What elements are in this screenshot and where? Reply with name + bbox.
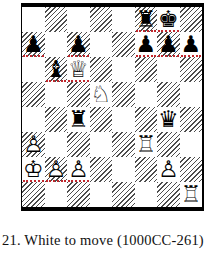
piece-white-pawn: ♟♙	[67, 157, 90, 182]
square-d1	[90, 182, 113, 207]
square-a7: ♟	[22, 32, 45, 57]
square-d6	[90, 57, 113, 82]
square-c1	[67, 182, 90, 207]
square-d5: ♞♘	[90, 82, 113, 107]
piece-black-pawn: ♟	[135, 32, 158, 57]
square-c6: ♛♕	[67, 57, 90, 82]
caption: 21. White to move (1000CC-261)	[2, 232, 204, 249]
square-f2	[135, 157, 158, 182]
piece-white-pawn: ♟♙	[22, 132, 45, 157]
piece-white-knight: ♞♘	[90, 82, 113, 107]
square-d3	[90, 132, 113, 157]
white-piece-outline-layer: ♘	[90, 82, 113, 107]
piece-black-pawn: ♟	[180, 32, 203, 57]
piece-black-pawn: ♟	[157, 32, 180, 57]
white-piece-outline-layer: ♔	[22, 157, 45, 182]
square-a8	[22, 7, 45, 32]
square-e2	[112, 157, 135, 182]
square-f8: ♜	[135, 7, 158, 32]
square-b5	[45, 82, 68, 107]
white-piece-outline-layer: ♙	[67, 157, 90, 182]
square-b3	[45, 132, 68, 157]
square-h4	[180, 107, 203, 132]
square-d4	[90, 107, 113, 132]
square-e8	[112, 7, 135, 32]
square-a1	[22, 182, 45, 207]
piece-black-bishop: ♝	[45, 57, 68, 82]
square-h1: ♜♖	[180, 182, 203, 207]
square-a5	[22, 82, 45, 107]
square-h5	[180, 82, 203, 107]
square-e7	[112, 32, 135, 57]
square-c8	[67, 7, 90, 32]
square-h6	[180, 57, 203, 82]
square-c3	[67, 132, 90, 157]
square-b4	[45, 107, 68, 132]
square-f1	[135, 182, 158, 207]
square-g5	[157, 82, 180, 107]
white-piece-outline-layer: ♙	[22, 132, 45, 157]
square-h3	[180, 132, 203, 157]
piece-black-queen: ♛	[157, 107, 180, 132]
square-c7: ♟	[67, 32, 90, 57]
square-f6	[135, 57, 158, 82]
square-b6: ♝	[45, 57, 68, 82]
piece-white-king: ♚♔	[22, 157, 45, 182]
piece-black-rook: ♜	[135, 7, 158, 32]
piece-black-king: ♚	[157, 7, 180, 32]
square-c4: ♜	[67, 107, 90, 132]
piece-black-pawn: ♟	[67, 32, 90, 57]
white-piece-outline-layer: ♙	[45, 157, 68, 182]
square-b2: ♟♙	[45, 157, 68, 182]
square-c5	[67, 82, 90, 107]
square-d7	[90, 32, 113, 57]
piece-white-queen: ♛♕	[67, 57, 90, 82]
square-g1	[157, 182, 180, 207]
square-e3	[112, 132, 135, 157]
square-e4	[112, 107, 135, 132]
square-a2: ♚♔	[22, 157, 45, 182]
white-piece-outline-layer: ♕	[67, 57, 90, 82]
piece-white-rook: ♜♖	[135, 132, 158, 157]
board: ♜♚♟♟♟♟♟♝♛♕♞♘♜♛♟♙♜♖♚♔♟♙♟♙♟♙♜♖	[22, 7, 202, 207]
square-b8	[45, 7, 68, 32]
square-g7: ♟	[157, 32, 180, 57]
chess-board-frame: ♜♚♟♟♟♟♟♝♛♕♞♘♜♛♟♙♜♖♚♔♟♙♟♙♟♙♜♖	[21, 3, 204, 211]
white-piece-outline-layer: ♖	[135, 132, 158, 157]
square-f4	[135, 107, 158, 132]
square-d8	[90, 7, 113, 32]
square-g3	[157, 132, 180, 157]
square-a6	[22, 57, 45, 82]
square-h7: ♟	[180, 32, 203, 57]
square-f5	[135, 82, 158, 107]
square-g6	[157, 57, 180, 82]
square-a3: ♟♙	[22, 132, 45, 157]
square-e1	[112, 182, 135, 207]
square-b1	[45, 182, 68, 207]
white-piece-outline-layer: ♖	[180, 182, 203, 207]
piece-white-pawn: ♟♙	[157, 157, 180, 182]
square-f3: ♜♖	[135, 132, 158, 157]
square-e5	[112, 82, 135, 107]
square-b7	[45, 32, 68, 57]
piece-white-pawn: ♟♙	[45, 157, 68, 182]
scanned-diagram-page: ♜♚♟♟♟♟♟♝♛♕♞♘♜♛♟♙♜♖♚♔♟♙♟♙♟♙♜♖ 21. White t…	[0, 0, 211, 255]
square-g4: ♛	[157, 107, 180, 132]
square-f7: ♟	[135, 32, 158, 57]
square-g8: ♚	[157, 7, 180, 32]
square-d2	[90, 157, 113, 182]
square-h8	[180, 7, 203, 32]
piece-black-rook: ♜	[67, 107, 90, 132]
piece-white-rook: ♜♖	[180, 182, 203, 207]
square-e6	[112, 57, 135, 82]
square-a4	[22, 107, 45, 132]
square-h2	[180, 157, 203, 182]
white-piece-outline-layer: ♙	[157, 157, 180, 182]
square-g2: ♟♙	[157, 157, 180, 182]
piece-black-pawn: ♟	[22, 32, 45, 57]
square-c2: ♟♙	[67, 157, 90, 182]
